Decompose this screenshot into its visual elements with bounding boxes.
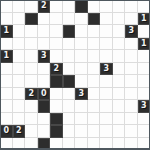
cell-r8c7[interactable] [88,100,101,113]
cell-r11c1[interactable] [13,138,26,151]
cell-r2c4[interactable] [50,25,63,38]
cell-r9c7[interactable] [88,113,101,126]
cell-r9c3[interactable] [38,113,51,126]
cell-r9c0[interactable] [0,113,13,126]
cell-r0c8[interactable] [100,0,113,13]
cell-r4c8[interactable] [100,50,113,63]
cell-r4c7[interactable] [88,50,101,63]
cell-r1c1[interactable] [13,13,26,26]
cell-r9c11[interactable] [138,113,151,126]
wall-cell-r1c7 [88,13,101,26]
wall-cell-r6c4 [50,75,63,88]
wall-cell-r6c5 [63,75,76,88]
cell-r11c4[interactable] [50,138,63,151]
cell-r3c8[interactable] [100,38,113,51]
cell-r6c6[interactable] [75,75,88,88]
cell-r8c0[interactable] [0,100,13,113]
cell-r6c2[interactable] [25,75,38,88]
cell-r2c8[interactable] [100,25,113,38]
cell-r2c1[interactable] [13,25,26,38]
cell-r11c0[interactable] [0,138,13,151]
cell-r7c11[interactable] [138,88,151,101]
cell-r5c9[interactable] [113,63,126,76]
clue-cell-r1c11: 1 [138,13,151,26]
cell-r5c7[interactable] [88,63,101,76]
cell-r3c7[interactable] [88,38,101,51]
cell-r10c3[interactable] [38,125,51,138]
cell-r6c9[interactable] [113,75,126,88]
cell-r3c5[interactable] [63,38,76,51]
cell-r10c8[interactable] [100,125,113,138]
clue-cell-r5c8: 3 [100,63,113,76]
cell-r11c9[interactable] [113,138,126,151]
cell-r9c5[interactable] [63,113,76,126]
cell-r4c9[interactable] [113,50,126,63]
cell-r9c6[interactable] [75,113,88,126]
cell-r7c1[interactable] [13,88,26,101]
wall-cell-r11c3 [38,138,51,151]
cell-r0c4[interactable] [50,0,63,13]
cell-r5c1[interactable] [13,63,26,76]
cell-r1c10[interactable] [125,13,138,26]
clue-cell-r7c6: 3 [75,88,88,101]
cell-r3c6[interactable] [75,38,88,51]
cell-r5c10[interactable] [125,63,138,76]
light-up-board: 211311323203302 [0,0,150,150]
cell-r7c5[interactable] [63,88,76,101]
clue-cell-r0c3: 2 [38,0,51,13]
cell-r8c1[interactable] [13,100,26,113]
cell-r1c3[interactable] [38,13,51,26]
cell-r8c9[interactable] [113,100,126,113]
clue-cell-r10c1: 2 [13,125,26,138]
cell-r7c4[interactable] [50,88,63,101]
clue-cell-r5c4: 2 [50,63,63,76]
wall-cell-r10c4 [50,125,63,138]
cell-r1c9[interactable] [113,13,126,26]
cell-r4c4[interactable] [50,50,63,63]
cell-r0c7[interactable] [88,0,101,13]
cell-r10c6[interactable] [75,125,88,138]
cell-r8c8[interactable] [100,100,113,113]
cell-r3c9[interactable] [113,38,126,51]
cell-r8c10[interactable] [125,100,138,113]
cell-r5c11[interactable] [138,63,151,76]
clue-cell-r2c0: 1 [0,25,13,38]
cell-r7c7[interactable] [88,88,101,101]
wall-cell-r9c4 [50,113,63,126]
wall-cell-r0c6 [75,0,88,13]
cell-r10c9[interactable] [113,125,126,138]
cell-r1c6[interactable] [75,13,88,26]
cell-r6c1[interactable] [13,75,26,88]
cell-r4c2[interactable] [25,50,38,63]
cell-r6c8[interactable] [100,75,113,88]
cell-r11c5[interactable] [63,138,76,151]
cell-r9c10[interactable] [125,113,138,126]
cell-r2c2[interactable] [25,25,38,38]
cell-r8c4[interactable] [50,100,63,113]
clue-cell-r4c0: 1 [0,50,13,63]
wall-cell-r1c2 [25,13,38,26]
cell-r4c11[interactable] [138,50,151,63]
cell-r3c3[interactable] [38,38,51,51]
cell-r10c11[interactable] [138,125,151,138]
cell-r6c11[interactable] [138,75,151,88]
cell-r0c10[interactable] [125,0,138,13]
cell-r11c8[interactable] [100,138,113,151]
puzzle-grid: 211311323203302 [0,0,150,150]
cell-r6c10[interactable] [125,75,138,88]
cell-r3c1[interactable] [13,38,26,51]
cell-r4c10[interactable] [125,50,138,63]
cell-r2c11[interactable] [138,25,151,38]
cell-r9c1[interactable] [13,113,26,126]
cell-r1c0[interactable] [0,13,13,26]
cell-r9c9[interactable] [113,113,126,126]
cell-r10c5[interactable] [63,125,76,138]
cell-r5c6[interactable] [75,63,88,76]
cell-r10c7[interactable] [88,125,101,138]
cell-r2c7[interactable] [88,25,101,38]
cell-r11c6[interactable] [75,138,88,151]
cell-r2c9[interactable] [113,25,126,38]
cell-r2c3[interactable] [38,25,51,38]
cell-r1c5[interactable] [63,13,76,26]
cell-r2c6[interactable] [75,25,88,38]
cell-r9c8[interactable] [100,113,113,126]
clue-cell-r8c11: 3 [138,100,151,113]
cell-r4c6[interactable] [75,50,88,63]
clue-cell-r7c2: 2 [25,88,38,101]
cell-r5c3[interactable] [38,63,51,76]
cell-r3c0[interactable] [0,38,13,51]
cell-r7c10[interactable] [125,88,138,101]
cell-r0c1[interactable] [13,0,26,13]
cell-r6c0[interactable] [0,75,13,88]
cell-r11c10[interactable] [125,138,138,151]
cell-r3c10[interactable] [125,38,138,51]
cell-r0c5[interactable] [63,0,76,13]
cell-r8c6[interactable] [75,100,88,113]
cell-r1c4[interactable] [50,13,63,26]
cell-r4c5[interactable] [63,50,76,63]
cell-r9c2[interactable] [25,113,38,126]
clue-cell-r2c10: 3 [125,25,138,38]
cell-r4c1[interactable] [13,50,26,63]
clue-cell-r3c11: 1 [138,38,151,51]
cell-r5c5[interactable] [63,63,76,76]
cell-r0c11[interactable] [138,0,151,13]
cell-r11c11[interactable] [138,138,151,151]
cell-r7c9[interactable] [113,88,126,101]
clue-cell-r4c3: 3 [38,50,51,63]
cell-r7c0[interactable] [0,88,13,101]
cell-r8c5[interactable] [63,100,76,113]
cell-r11c7[interactable] [88,138,101,151]
cell-r8c2[interactable] [25,100,38,113]
cell-r6c3[interactable] [38,75,51,88]
cell-r5c2[interactable] [25,63,38,76]
cell-r3c2[interactable] [25,38,38,51]
clue-cell-r7c3: 0 [38,88,51,101]
wall-cell-r8c3 [38,100,51,113]
cell-r5c0[interactable] [0,63,13,76]
cell-r0c2[interactable] [25,0,38,13]
cell-r0c0[interactable] [0,0,13,13]
cell-r0c9[interactable] [113,0,126,13]
clue-cell-r10c0: 0 [0,125,13,138]
cell-r1c8[interactable] [100,13,113,26]
cell-r10c10[interactable] [125,125,138,138]
cell-r3c4[interactable] [50,38,63,51]
cell-r11c2[interactable] [25,138,38,151]
cell-r10c2[interactable] [25,125,38,138]
cell-r7c8[interactable] [100,88,113,101]
cell-r6c7[interactable] [88,75,101,88]
wall-cell-r2c5 [63,25,76,38]
